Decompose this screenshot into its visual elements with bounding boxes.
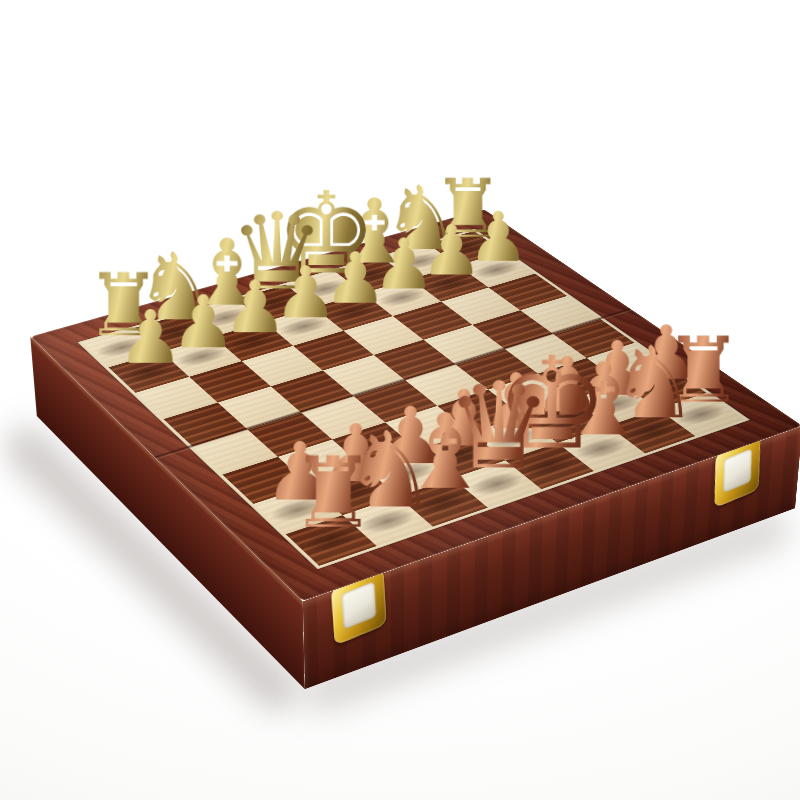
piece-contact-shadow [373,285,431,309]
piece-copper-rook-a1: ♜ [256,445,411,543]
piece-contact-shadow [344,263,401,286]
piece-contact-shadow [438,237,494,259]
piece-contact-shadow [274,314,334,339]
piece-contact-shadow [92,335,153,361]
piece-contact-shadow [171,344,232,370]
piece-contact-shadow [144,320,204,345]
piece-contact-shadow [391,250,448,273]
piece-contact-shadow [468,258,525,281]
chess-set-photo: ♜♞♝♛♚♝♞♜♟♟♟♟♟♟♟♟♟♟♟♟♟♟♟♟♜♞♝♛♚♝♞♜ [0,0,800,800]
piece-contact-shadow [246,291,305,315]
piece-contact-shadow [295,277,353,301]
piece-contact-shadow [421,272,479,296]
piece-contact-shadow [196,305,255,330]
latch-shine [723,448,752,493]
piece-contact-shadow [223,329,283,355]
latch-shine [341,581,376,630]
piece-contact-shadow [324,299,383,324]
